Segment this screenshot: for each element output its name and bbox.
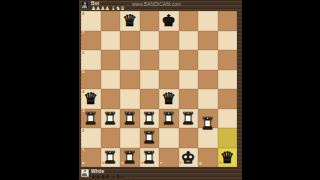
square-b5[interactable] [101, 70, 121, 90]
square-h2[interactable] [218, 128, 238, 148]
chess-board: 87654321abcdefgh♛♚♛♛♜♜♜♜♜♜♜♜♜♜♜♚♛ [81, 11, 237, 167]
square-g7[interactable] [198, 31, 218, 51]
square-a1[interactable]: 1a [81, 148, 101, 168]
square-c2[interactable] [120, 128, 140, 148]
piece-black-king-e8[interactable]: ♚ [159, 11, 179, 31]
piece-white-rook-b1[interactable]: ♜ [101, 148, 121, 168]
chess-app-window: Bot ♟♟♟♟ ♝♞♛ www.BANDICAM.com 87654321ab… [79, 0, 242, 180]
square-h5[interactable] [218, 70, 238, 90]
square-e1[interactable]: e [159, 148, 179, 168]
square-d6[interactable] [140, 50, 160, 70]
rank-label-6: 6 [82, 51, 84, 55]
square-h6[interactable] [218, 50, 238, 70]
square-a5[interactable]: 5 [81, 70, 101, 90]
piece-white-rook-e3[interactable]: ♜ [159, 109, 179, 129]
square-g5[interactable] [198, 70, 218, 90]
rank-label-5: 5 [82, 70, 84, 74]
square-d8[interactable] [140, 11, 160, 31]
square-g1[interactable]: g [198, 148, 218, 168]
person-icon [84, 170, 87, 173]
piece-white-rook-d3[interactable]: ♜ [140, 109, 160, 129]
player-captured-pieces-tray: ♟♟♟♟ ♝♞♛ +4 [91, 174, 134, 180]
player-bar: White ♟♟♟♟ ♝♞♛ +4 [79, 167, 242, 180]
square-a8[interactable]: 8 [81, 11, 101, 31]
square-g6[interactable] [198, 50, 218, 70]
square-a2[interactable]: 2 [81, 128, 101, 148]
square-d7[interactable] [140, 31, 160, 51]
opponent-avatar[interactable] [81, 1, 89, 9]
square-b4[interactable] [101, 89, 121, 109]
square-f6[interactable] [179, 50, 199, 70]
square-e5[interactable] [159, 70, 179, 90]
file-label-e: e [160, 161, 162, 165]
square-g8[interactable] [198, 11, 218, 31]
bandicam-watermark: www.BANDICAM.com [132, 2, 181, 7]
square-e2[interactable] [159, 128, 179, 148]
piece-white-rook-c1[interactable]: ♜ [120, 148, 140, 168]
piece-white-rook-d1[interactable]: ♜ [140, 148, 160, 168]
square-e7[interactable] [159, 31, 179, 51]
square-f7[interactable] [179, 31, 199, 51]
square-c4[interactable] [120, 89, 140, 109]
piece-black-queen-e4[interactable]: ♛ [159, 89, 179, 109]
square-h3[interactable] [218, 109, 238, 129]
square-b8[interactable] [101, 11, 121, 31]
file-label-a: a [82, 161, 84, 165]
rank-label-7: 7 [82, 31, 84, 35]
square-h8[interactable] [218, 11, 238, 31]
piece-black-queen-a4[interactable]: ♛ [81, 89, 101, 109]
square-h7[interactable] [218, 31, 238, 51]
square-h4[interactable] [218, 89, 238, 109]
square-b7[interactable] [101, 31, 121, 51]
square-f2[interactable] [179, 128, 199, 148]
piece-white-rook-c3[interactable]: ♜ [120, 109, 140, 129]
square-f8[interactable] [179, 11, 199, 31]
square-d4[interactable] [140, 89, 160, 109]
square-e6[interactable] [159, 50, 179, 70]
square-b2[interactable] [101, 128, 121, 148]
piece-white-rook-d2[interactable]: ♜ [140, 128, 160, 148]
piece-white-rook-g3[interactable]: ♜ [198, 114, 218, 134]
square-a7[interactable]: 7 [81, 31, 101, 51]
square-g4[interactable] [198, 89, 218, 109]
piece-white-rook-b3[interactable]: ♜ [101, 109, 121, 129]
square-f5[interactable] [179, 70, 199, 90]
file-label-g: g [199, 161, 202, 165]
square-b6[interactable] [101, 50, 121, 70]
square-a6[interactable]: 6 [81, 50, 101, 70]
square-c6[interactable] [120, 50, 140, 70]
square-f4[interactable] [179, 89, 199, 109]
piece-white-king-f1[interactable]: ♚ [179, 148, 199, 168]
piece-white-rook-f3[interactable]: ♜ [179, 109, 199, 129]
rank-label-1: 1 [82, 148, 84, 152]
player-avatar[interactable] [81, 169, 89, 177]
piece-white-rook-a3[interactable]: ♜ [81, 109, 101, 129]
rank-label-2: 2 [82, 129, 84, 133]
square-c5[interactable] [120, 70, 140, 90]
square-d5[interactable] [140, 70, 160, 90]
rank-label-8: 8 [82, 12, 84, 16]
piece-black-queen-c8[interactable]: ♛ [120, 11, 140, 31]
square-c7[interactable] [120, 31, 140, 51]
piece-black-queen-h1[interactable]: ♛ [218, 148, 238, 168]
screen: Bot ♟♟♟♟ ♝♞♛ www.BANDICAM.com 87654321ab… [0, 0, 320, 180]
opponent-bar: Bot ♟♟♟♟ ♝♞♛ www.BANDICAM.com [79, 0, 242, 11]
